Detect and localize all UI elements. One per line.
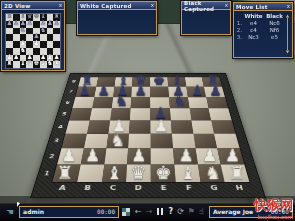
square-e3	[33, 48, 40, 55]
status-bar: ☚ admin 00:00 ← → ? ⟳ ⚑ ☝ Average Joe 00…	[0, 203, 295, 219]
square-e8[interactable]: ♚	[150, 77, 168, 87]
square-c1: ♝	[20, 61, 27, 68]
white-rook[interactable]: ♜	[225, 163, 250, 182]
square-a1: ♜	[6, 61, 13, 68]
square-f1[interactable]: ♝	[174, 164, 200, 182]
square-b6[interactable]	[92, 97, 113, 108]
square-d7[interactable]: ♟	[131, 87, 150, 97]
square-g6	[47, 28, 54, 35]
panel-move-list-titlebar[interactable]: Move List x	[234, 3, 292, 11]
white-knight[interactable]: ♞	[200, 163, 225, 182]
square-f5	[40, 34, 47, 41]
square-a5	[6, 34, 13, 41]
panel-white-captured-title: White Captured	[80, 3, 132, 9]
square-h1: ♜	[53, 61, 60, 68]
square-b6	[13, 28, 20, 35]
close-icon[interactable]: x	[59, 3, 62, 8]
square-g1: ♞	[47, 61, 54, 68]
white-player-name: admin	[23, 208, 44, 215]
square-c3[interactable]: ♞	[106, 134, 129, 149]
white-bishop[interactable]: ♝	[176, 163, 201, 182]
chess-app-window: 87654321 ABCDEFGH ♜♝♛♚♝♜♟♟♟♟♟♟♟♞♞♟♟♟♞♟♟♟…	[0, 0, 295, 221]
move-list-header: White Black	[234, 13, 292, 19]
square-a6[interactable]	[72, 97, 94, 108]
square-b1[interactable]	[77, 164, 104, 182]
file-label-f: F	[176, 184, 203, 196]
square-e1: ♚	[33, 61, 40, 68]
undo-icon[interactable]: ←	[135, 207, 142, 216]
file-label-h: H	[226, 184, 254, 196]
file-label-d: D	[125, 184, 151, 196]
square-f6: ♞	[40, 28, 47, 35]
square-e4: ♟	[33, 41, 40, 48]
square-e7[interactable]	[150, 87, 169, 97]
black-king[interactable]: ♚	[150, 73, 168, 87]
square-g4[interactable]	[191, 121, 214, 134]
square-d5[interactable]	[130, 108, 150, 120]
checker-board-icon[interactable]	[122, 208, 130, 216]
square-d7: ♟	[26, 21, 33, 28]
square-e7	[33, 21, 40, 28]
square-g5	[47, 34, 54, 41]
square-d6	[26, 28, 33, 35]
white-bishop: ♝	[40, 60, 47, 67]
square-e1[interactable]: ♚	[151, 164, 176, 182]
white-pawn[interactable]: ♟	[81, 146, 104, 164]
help-icon[interactable]: ?	[168, 207, 173, 216]
black-pawn[interactable]: ♟	[188, 83, 207, 98]
site-watermark: 快猴网 kuaihou.com	[254, 196, 293, 220]
square-d4	[26, 41, 33, 48]
square-a4	[6, 41, 13, 48]
black-knight[interactable]: ♞	[170, 93, 189, 108]
black-player-name: Average Joe	[213, 208, 253, 215]
move-row-3: 3.Nc3e5	[234, 34, 292, 40]
square-h5[interactable]	[209, 108, 232, 120]
pause-icon[interactable]	[157, 208, 163, 215]
square-h7[interactable]: ♟	[204, 87, 225, 97]
square-d6[interactable]	[131, 97, 150, 108]
black-pawn[interactable]: ♟	[206, 83, 225, 98]
move-row-1: 1.e4Nc6	[234, 20, 292, 26]
black-move: e5	[264, 34, 285, 40]
square-c6: ♞	[20, 28, 27, 35]
white-move: Nc3	[243, 34, 264, 40]
square-f4	[40, 41, 47, 48]
square-a7[interactable]: ♟	[75, 87, 96, 97]
black-knight[interactable]: ♞	[111, 93, 130, 108]
square-a6	[6, 28, 13, 35]
square-g6[interactable]	[188, 97, 209, 108]
mouse-cursor	[17, 202, 20, 207]
black-pawn[interactable]: ♟	[75, 83, 94, 98]
square-f5[interactable]	[170, 108, 191, 120]
square-d5	[26, 34, 33, 41]
square-g7: ♟	[47, 21, 54, 28]
black-pawn[interactable]: ♟	[131, 83, 150, 98]
white-rook[interactable]: ♜	[52, 163, 77, 182]
glove-icon[interactable]: ☚	[6, 207, 14, 217]
black-pawn: ♟	[6, 20, 13, 27]
scroll-down-icon[interactable]: ▼	[286, 50, 289, 54]
black-pawn: ♟	[26, 20, 33, 27]
square-h1[interactable]: ♜	[221, 164, 250, 182]
move-list-col-white: White	[243, 13, 264, 19]
move-list-scrollbar[interactable]: ▲ ▼	[285, 14, 290, 54]
white-player-clock: 00:00	[97, 208, 115, 215]
file-label-c: C	[99, 184, 126, 196]
square-c6[interactable]: ♞	[111, 97, 131, 108]
black-king: ♚	[33, 13, 40, 20]
white-rook: ♜	[53, 60, 60, 67]
panel-black-captured-title: Black Captured	[184, 0, 225, 12]
move-list-rows: 1.e4Nc62.c4Nf63.Nc3e5	[234, 20, 292, 40]
redo-icon[interactable]: →	[146, 207, 153, 216]
square-e8: ♚	[33, 14, 40, 21]
panel-2d-view-titlebar[interactable]: 2D View x	[2, 2, 64, 10]
square-h6	[53, 28, 60, 35]
panel-2d-view-title: 2D View	[4, 3, 31, 9]
screen-bottom-edge	[0, 219, 295, 221]
square-b2: ♟	[13, 55, 20, 62]
square-b5	[13, 34, 20, 41]
panel-2d-view: 2D View x ♜♝♛♚♝♜♟♟♟♟♟♟♟♞♞♟♟♟♞♟♟♟♟♟♟♜♝♛♚♝…	[1, 1, 65, 71]
square-d1[interactable]: ♛	[126, 164, 151, 182]
watermark-subtext: kuaihou.com	[254, 214, 293, 220]
square-d4[interactable]	[129, 121, 150, 134]
black-pawn: ♟	[53, 20, 60, 27]
move-number: 1.	[234, 20, 243, 26]
square-g4	[47, 41, 54, 48]
panel-black-captured-titlebar[interactable]: Black Captured x	[182, 2, 230, 10]
white-player-box: admin 00:00	[19, 206, 119, 218]
file-label-g: G	[201, 184, 229, 196]
panel-white-captured-titlebar[interactable]: White Captured x	[78, 2, 156, 10]
white-bishop: ♝	[20, 60, 27, 67]
panel-white-captured: White Captured x	[77, 1, 157, 35]
square-h7: ♟	[53, 21, 60, 28]
file-label-b: B	[73, 184, 100, 196]
black-knight: ♞	[20, 27, 27, 34]
square-f1: ♝	[40, 61, 47, 68]
black-pawn[interactable]: ♟	[94, 83, 113, 98]
flag-icon[interactable]: ⚑	[188, 207, 195, 216]
loop-icon[interactable]: ⟳	[177, 207, 184, 216]
square-h4	[53, 41, 60, 48]
black-knight: ♞	[40, 27, 47, 34]
square-h4[interactable]	[211, 121, 235, 134]
white-queen: ♛	[26, 60, 33, 67]
white-move: c4	[243, 27, 264, 33]
square-b7: ♟	[13, 21, 20, 28]
white-knight: ♞	[20, 47, 27, 54]
white-knight[interactable]: ♞	[106, 131, 128, 148]
black-pawn: ♟	[47, 20, 54, 27]
panel-black-captured: Black Captured x	[181, 1, 231, 35]
black-move: Nc6	[264, 20, 285, 26]
white-move: e4	[243, 20, 264, 26]
white-pawn[interactable]: ♟	[150, 117, 171, 134]
square-a4[interactable]	[65, 121, 89, 134]
square-f4[interactable]	[171, 121, 193, 134]
scrollbar-track[interactable]	[287, 18, 288, 50]
panel-move-list: Move List x White Black 1.e4Nc62.c4Nf63.…	[233, 2, 293, 58]
square-c1[interactable]: ♝	[102, 164, 128, 182]
panel-move-list-title: Move List	[236, 4, 268, 10]
white-queen[interactable]: ♛	[126, 163, 151, 182]
white-king[interactable]: ♚	[151, 163, 176, 182]
square-h5	[53, 34, 60, 41]
move-row-2: 2.c4Nf6	[234, 27, 292, 33]
square-g5[interactable]	[189, 108, 211, 120]
white-bishop[interactable]: ♝	[102, 163, 127, 182]
square-g1[interactable]: ♞	[198, 164, 225, 182]
black-move: Nf6	[264, 27, 285, 33]
square-a5[interactable]	[69, 108, 92, 120]
square-a1[interactable]: ♜	[52, 164, 80, 182]
black-pawn: ♟	[13, 20, 20, 27]
square-c3: ♞	[20, 48, 27, 55]
pointing-hand-icon[interactable]: ☝	[199, 207, 204, 216]
square-d1: ♛	[26, 61, 33, 68]
square-e4[interactable]: ♟	[150, 121, 171, 134]
chess-board-2d: ♜♝♛♚♝♜♟♟♟♟♟♟♟♞♞♟♟♟♞♟♟♟♟♟♟♜♝♛♚♝♞♜	[5, 13, 61, 69]
close-icon[interactable]: x	[151, 3, 154, 8]
move-number: 3.	[234, 34, 243, 40]
watermark-text: 快猴网	[254, 196, 293, 214]
file-label-a: A	[48, 184, 76, 196]
close-icon[interactable]: x	[225, 3, 228, 8]
square-h6[interactable]	[206, 97, 228, 108]
board-frame: 87654321 ABCDEFGH ♜♝♛♚♝♜♟♟♟♟♟♟♟♞♞♟♟♟♞♟♟♟…	[30, 73, 266, 198]
chess-board-3d[interactable]: ♜♝♛♚♝♜♟♟♟♟♟♟♟♞♞♟♟♟♞♟♟♟♟♟♟♜♝♛♚♝♞♜	[51, 77, 250, 183]
square-f6[interactable]: ♞	[169, 97, 189, 108]
file-labels: ABCDEFGH	[48, 184, 255, 196]
square-b1	[13, 61, 20, 68]
square-b4	[13, 41, 20, 48]
close-icon[interactable]: x	[287, 4, 290, 9]
white-knight: ♞	[47, 60, 54, 67]
white-rook: ♜	[6, 60, 13, 67]
file-label-e: E	[151, 184, 177, 196]
move-number: 2.	[234, 27, 243, 33]
move-list-col-black: Black	[264, 13, 285, 19]
white-king: ♚	[33, 60, 40, 67]
white-pawn: ♟	[13, 54, 20, 61]
square-e3[interactable]	[150, 134, 172, 149]
white-pawn: ♟	[33, 40, 40, 47]
square-a7: ♟	[6, 21, 13, 28]
